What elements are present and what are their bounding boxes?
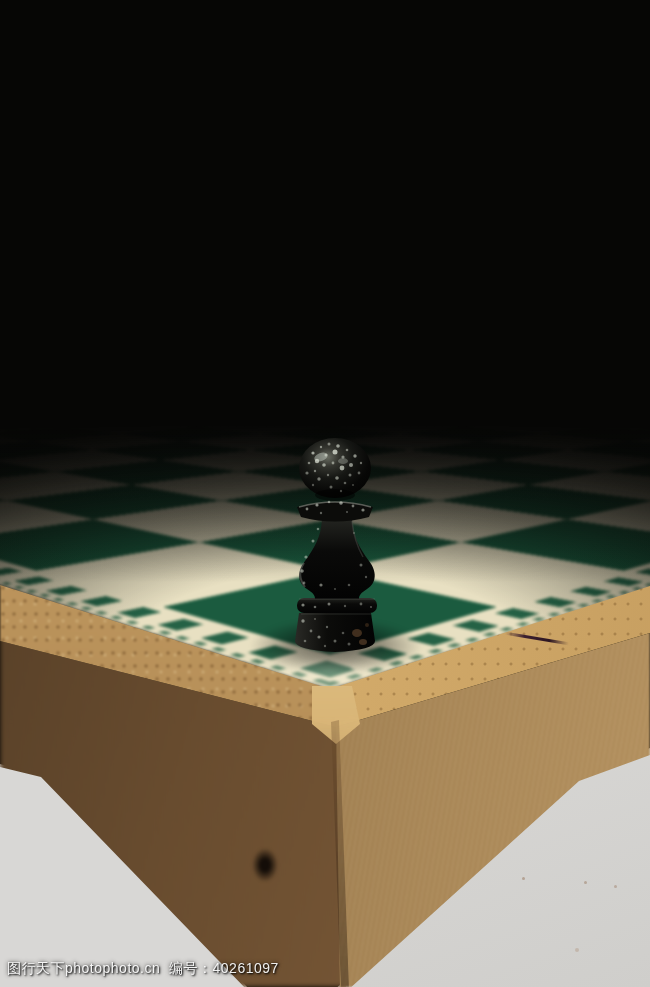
table-speck [614,885,617,888]
table-speck [584,881,587,884]
table-speck [575,948,579,952]
photo-scene: 图行天下photophoto.cn 编号：40261097 [0,0,650,987]
wood-knot [252,848,278,882]
black-pawn-graphic [291,437,383,659]
watermark: 图行天下photophoto.cn 编号：40261097 [7,960,279,978]
table-speck [522,877,525,880]
black-pawn[interactable] [291,437,383,659]
